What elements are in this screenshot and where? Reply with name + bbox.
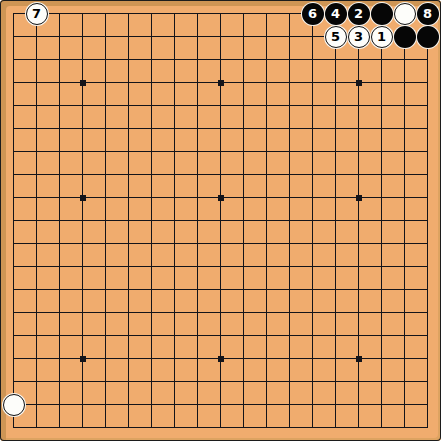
intersection: [163, 209, 186, 232]
intersection: [117, 48, 140, 71]
intersection: [94, 232, 117, 255]
intersection: [232, 324, 255, 347]
intersection: [347, 140, 370, 163]
intersection: [48, 278, 71, 301]
intersection: [416, 393, 439, 416]
intersection: [347, 370, 370, 393]
intersection: [416, 25, 439, 48]
intersection: [140, 48, 163, 71]
intersection: [370, 71, 393, 94]
intersection: [393, 25, 416, 48]
intersection: [71, 209, 94, 232]
intersection: [94, 140, 117, 163]
intersection: [232, 393, 255, 416]
intersection: [71, 117, 94, 140]
intersection: 8: [416, 2, 439, 25]
intersection: [2, 48, 25, 71]
intersection: [232, 278, 255, 301]
intersection: [163, 140, 186, 163]
intersection: [255, 71, 278, 94]
intersection: [347, 324, 370, 347]
intersection: [163, 278, 186, 301]
intersection: [163, 163, 186, 186]
intersection: [117, 209, 140, 232]
intersection: [393, 278, 416, 301]
stone-label: 6: [308, 7, 317, 20]
intersection: [255, 209, 278, 232]
intersection: [71, 324, 94, 347]
intersection: [278, 140, 301, 163]
intersection: [140, 370, 163, 393]
intersection: [186, 186, 209, 209]
stone-black: [417, 26, 439, 48]
intersection: [209, 94, 232, 117]
intersection: [163, 94, 186, 117]
intersection: [301, 140, 324, 163]
intersection: [140, 94, 163, 117]
intersection: [301, 71, 324, 94]
intersection: [232, 209, 255, 232]
intersection: [117, 25, 140, 48]
intersection: [186, 48, 209, 71]
intersection: [48, 209, 71, 232]
intersection: [48, 393, 71, 416]
intersection: [370, 370, 393, 393]
intersection: [94, 301, 117, 324]
intersection: [2, 301, 25, 324]
intersection: [94, 347, 117, 370]
intersection: [393, 347, 416, 370]
intersection: [25, 209, 48, 232]
intersection: [71, 301, 94, 324]
intersection: [416, 416, 439, 439]
intersection: [324, 140, 347, 163]
intersection: [25, 255, 48, 278]
intersection: [71, 347, 94, 370]
intersection: [94, 48, 117, 71]
intersection: [370, 416, 393, 439]
intersection: 1: [370, 25, 393, 48]
intersection: [347, 209, 370, 232]
intersection: [94, 2, 117, 25]
intersection: [324, 370, 347, 393]
intersection: [278, 347, 301, 370]
intersection: [2, 393, 25, 416]
stone-label: 4: [331, 7, 340, 20]
intersection: 5: [324, 25, 347, 48]
intersection: [71, 393, 94, 416]
intersection: [301, 186, 324, 209]
intersection: [278, 48, 301, 71]
intersection: [393, 209, 416, 232]
intersection: [232, 2, 255, 25]
intersection: [370, 163, 393, 186]
intersection: [278, 393, 301, 416]
intersection: [117, 140, 140, 163]
intersection: [94, 25, 117, 48]
intersection: [347, 278, 370, 301]
intersection: [416, 347, 439, 370]
intersection: [186, 163, 209, 186]
intersection: [209, 393, 232, 416]
intersection: [94, 209, 117, 232]
intersection: [255, 393, 278, 416]
intersection: [140, 232, 163, 255]
intersection: [2, 71, 25, 94]
intersection: [301, 163, 324, 186]
intersection: [255, 347, 278, 370]
board-grid: 76428531: [2, 2, 439, 439]
intersection: [117, 347, 140, 370]
intersection: [416, 370, 439, 393]
intersection: [393, 301, 416, 324]
intersection: [186, 416, 209, 439]
intersection: [117, 71, 140, 94]
intersection: [117, 163, 140, 186]
intersection: [301, 48, 324, 71]
intersection: [278, 94, 301, 117]
intersection: [2, 163, 25, 186]
intersection: [48, 117, 71, 140]
intersection: [117, 393, 140, 416]
intersection: [25, 324, 48, 347]
intersection: [48, 324, 71, 347]
intersection: [324, 117, 347, 140]
intersection: [232, 232, 255, 255]
intersection: [301, 25, 324, 48]
intersection: [71, 416, 94, 439]
intersection: [301, 94, 324, 117]
intersection: [209, 324, 232, 347]
stone-white-move-1: 1: [371, 26, 393, 48]
intersection: [163, 255, 186, 278]
intersection: [2, 255, 25, 278]
intersection: [255, 232, 278, 255]
intersection: [278, 301, 301, 324]
intersection: [301, 117, 324, 140]
intersection: [347, 393, 370, 416]
intersection: [140, 347, 163, 370]
intersection: [393, 117, 416, 140]
stone-white: [394, 3, 416, 25]
intersection: [278, 416, 301, 439]
intersection: [48, 370, 71, 393]
intersection: [301, 324, 324, 347]
intersection: [25, 393, 48, 416]
intersection: [347, 48, 370, 71]
intersection: [416, 209, 439, 232]
intersection: [25, 94, 48, 117]
stone-white-move-3: 3: [348, 26, 370, 48]
intersection: [186, 71, 209, 94]
intersection: [94, 324, 117, 347]
intersection: [48, 416, 71, 439]
intersection: [416, 324, 439, 347]
intersection: [2, 347, 25, 370]
intersection: [140, 209, 163, 232]
intersection: [232, 186, 255, 209]
intersection: [278, 117, 301, 140]
intersection: [370, 255, 393, 278]
intersection: [416, 71, 439, 94]
intersection: [163, 232, 186, 255]
intersection: [2, 25, 25, 48]
intersection: [347, 94, 370, 117]
intersection: [140, 324, 163, 347]
intersection: [324, 186, 347, 209]
intersection: [393, 324, 416, 347]
intersection: [370, 2, 393, 25]
stone-white-move-7: 7: [26, 3, 48, 25]
intersection: [393, 2, 416, 25]
intersection: [232, 140, 255, 163]
intersection: [48, 25, 71, 48]
intersection: [186, 117, 209, 140]
intersection: [347, 255, 370, 278]
intersection: [370, 140, 393, 163]
intersection: [324, 324, 347, 347]
intersection: [117, 278, 140, 301]
intersection: [393, 255, 416, 278]
intersection: [48, 347, 71, 370]
intersection: [416, 94, 439, 117]
intersection: [255, 255, 278, 278]
intersection: [209, 25, 232, 48]
intersection: [278, 370, 301, 393]
intersection: [324, 255, 347, 278]
intersection: [255, 94, 278, 117]
intersection: [186, 278, 209, 301]
intersection: [278, 163, 301, 186]
intersection: [186, 370, 209, 393]
intersection: [393, 71, 416, 94]
intersection: [416, 255, 439, 278]
intersection: [209, 301, 232, 324]
intersection: [393, 163, 416, 186]
intersection: [255, 25, 278, 48]
intersection: [48, 2, 71, 25]
intersection: [117, 416, 140, 439]
intersection: [163, 186, 186, 209]
intersection: [2, 2, 25, 25]
intersection: [232, 94, 255, 117]
intersection: 6: [301, 2, 324, 25]
intersection: [255, 163, 278, 186]
intersection: [186, 255, 209, 278]
intersection: [186, 94, 209, 117]
intersection: [186, 347, 209, 370]
intersection: [140, 140, 163, 163]
intersection: [232, 301, 255, 324]
intersection: [140, 25, 163, 48]
intersection: [71, 232, 94, 255]
intersection: [186, 2, 209, 25]
intersection: [186, 140, 209, 163]
intersection: [416, 278, 439, 301]
stone-black-move-2: 2: [348, 3, 370, 25]
intersection: [416, 186, 439, 209]
intersection: [347, 301, 370, 324]
intersection: [209, 347, 232, 370]
intersection: [140, 278, 163, 301]
intersection: [25, 278, 48, 301]
stone-black-move-8: 8: [417, 3, 439, 25]
intersection: [255, 140, 278, 163]
intersection: [370, 393, 393, 416]
intersection: [71, 71, 94, 94]
stone-label: 5: [331, 30, 340, 43]
intersection: [140, 71, 163, 94]
intersection: [278, 209, 301, 232]
intersection: [393, 232, 416, 255]
intersection: [209, 209, 232, 232]
intersection: [2, 140, 25, 163]
intersection: [163, 393, 186, 416]
intersection: [94, 163, 117, 186]
intersection: [324, 48, 347, 71]
intersection: [255, 301, 278, 324]
stone-black: [394, 26, 416, 48]
intersection: [370, 301, 393, 324]
intersection: 2: [347, 2, 370, 25]
intersection: [324, 232, 347, 255]
stone-label: 7: [32, 7, 41, 20]
intersection: [209, 186, 232, 209]
intersection: [94, 370, 117, 393]
intersection: [209, 255, 232, 278]
intersection: [2, 324, 25, 347]
intersection: [140, 301, 163, 324]
intersection: [25, 163, 48, 186]
intersection: [324, 209, 347, 232]
intersection: [255, 2, 278, 25]
intersection: [71, 370, 94, 393]
intersection: [48, 48, 71, 71]
intersection: [2, 416, 25, 439]
intersection: [163, 117, 186, 140]
intersection: [209, 71, 232, 94]
intersection: [140, 186, 163, 209]
intersection: [25, 232, 48, 255]
intersection: [370, 209, 393, 232]
intersection: [2, 278, 25, 301]
intersection: [163, 324, 186, 347]
intersection: [393, 186, 416, 209]
intersection: [163, 301, 186, 324]
intersection: [324, 393, 347, 416]
intersection: [48, 71, 71, 94]
intersection: [48, 255, 71, 278]
intersection: [324, 278, 347, 301]
intersection: [232, 347, 255, 370]
intersection: [232, 163, 255, 186]
stone-white: [3, 394, 25, 416]
intersection: [301, 301, 324, 324]
intersection: [209, 232, 232, 255]
intersection: [48, 163, 71, 186]
intersection: [301, 232, 324, 255]
intersection: 3: [347, 25, 370, 48]
stone-black-move-6: 6: [302, 3, 324, 25]
intersection: [416, 232, 439, 255]
intersection: [255, 324, 278, 347]
intersection: [393, 94, 416, 117]
intersection: [347, 71, 370, 94]
intersection: [416, 140, 439, 163]
intersection: [71, 163, 94, 186]
intersection: [324, 94, 347, 117]
intersection: [209, 278, 232, 301]
intersection: [163, 2, 186, 25]
intersection: [94, 278, 117, 301]
intersection: [370, 186, 393, 209]
intersection: [71, 278, 94, 301]
intersection: [232, 255, 255, 278]
intersection: [94, 186, 117, 209]
intersection: [209, 140, 232, 163]
intersection: [140, 416, 163, 439]
intersection: [48, 94, 71, 117]
intersection: [370, 94, 393, 117]
intersection: [393, 393, 416, 416]
intersection: [71, 48, 94, 71]
intersection: [186, 25, 209, 48]
intersection: [25, 301, 48, 324]
intersection: [278, 232, 301, 255]
intersection: [163, 347, 186, 370]
intersection: [94, 94, 117, 117]
intersection: [301, 255, 324, 278]
intersection: [71, 140, 94, 163]
intersection: [48, 140, 71, 163]
stone-label: 3: [354, 30, 363, 43]
intersection: [301, 416, 324, 439]
intersection: 7: [25, 2, 48, 25]
intersection: [347, 117, 370, 140]
intersection: [324, 416, 347, 439]
intersection: [163, 25, 186, 48]
intersection: [2, 186, 25, 209]
intersection: [393, 416, 416, 439]
intersection: [186, 393, 209, 416]
intersection: [301, 278, 324, 301]
intersection: [25, 140, 48, 163]
intersection: [2, 117, 25, 140]
intersection: [117, 255, 140, 278]
intersection: [347, 347, 370, 370]
intersection: [370, 347, 393, 370]
intersection: [209, 416, 232, 439]
intersection: [255, 370, 278, 393]
intersection: [255, 416, 278, 439]
intersection: [117, 370, 140, 393]
intersection: [25, 416, 48, 439]
intersection: [370, 278, 393, 301]
intersection: [370, 324, 393, 347]
stone-label: 1: [377, 30, 386, 43]
intersection: [140, 393, 163, 416]
intersection: [186, 209, 209, 232]
intersection: [48, 186, 71, 209]
intersection: [25, 347, 48, 370]
intersection: [140, 117, 163, 140]
intersection: [347, 163, 370, 186]
intersection: [278, 2, 301, 25]
intersection: [232, 370, 255, 393]
intersection: [163, 370, 186, 393]
intersection: [209, 48, 232, 71]
intersection: [48, 301, 71, 324]
